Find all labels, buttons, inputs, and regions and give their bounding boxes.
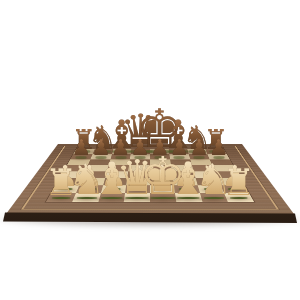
piece-felt-c7 bbox=[115, 156, 126, 158]
piece-shadow-e8 bbox=[139, 149, 180, 156]
piece-felt-h7 bbox=[213, 156, 224, 158]
piece-felt-f2 bbox=[179, 188, 194, 190]
piece-shadow-b2 bbox=[78, 188, 101, 192]
piece-shadow-c2 bbox=[102, 188, 125, 192]
piece-felt-e2 bbox=[155, 188, 170, 190]
piece-shadow-f1 bbox=[171, 196, 206, 202]
piece-shadow-c7 bbox=[112, 157, 129, 160]
piece-felt-a2 bbox=[58, 188, 73, 190]
piece-shadow-h2 bbox=[223, 188, 246, 192]
piece-felt-f8 bbox=[169, 150, 189, 152]
piece-shadow-g8 bbox=[184, 150, 210, 155]
piece-felt-g8 bbox=[189, 150, 206, 152]
piece-shadow-b8 bbox=[90, 150, 116, 155]
piece-light-p-f2: ♟ bbox=[173, 162, 199, 191]
piece-felt-b2 bbox=[82, 188, 97, 190]
piece-dark-b-c8: ♝ bbox=[104, 115, 139, 154]
piece-dark-r-h8: ♜ bbox=[204, 126, 228, 153]
piece-felt-d2 bbox=[131, 188, 146, 190]
piece-light-p-a2: ♟ bbox=[52, 162, 78, 191]
piece-felt-d7 bbox=[135, 156, 146, 158]
piece-shadow-f7 bbox=[171, 157, 188, 160]
piece-light-k-e1: ♚ bbox=[139, 149, 186, 201]
piece-felt-c1 bbox=[101, 197, 124, 199]
piece-shadow-d2 bbox=[127, 188, 150, 192]
piece-felt-c2 bbox=[106, 188, 121, 190]
piece-shadow-d8 bbox=[123, 149, 159, 155]
piece-shadow-f2 bbox=[175, 188, 198, 192]
piece-shadow-a7 bbox=[73, 157, 90, 160]
piece-felt-d1 bbox=[125, 197, 149, 199]
piece-dark-k-e8: ♚ bbox=[136, 102, 184, 155]
piece-felt-b7 bbox=[96, 156, 107, 158]
piece-felt-e1 bbox=[150, 197, 176, 199]
piece-felt-f7 bbox=[174, 156, 185, 158]
piece-shadow-b1 bbox=[70, 196, 103, 202]
piece-shadow-e1 bbox=[142, 195, 183, 202]
piece-light-p-c2: ♟ bbox=[101, 162, 127, 191]
piece-felt-g1 bbox=[203, 197, 224, 199]
piece-shadow-e2 bbox=[151, 188, 174, 192]
piece-dark-b-f8: ♝ bbox=[161, 115, 196, 154]
piece-light-p-b2: ♟ bbox=[77, 162, 103, 191]
piece-light-r-h1: ♜ bbox=[222, 163, 255, 200]
piece-dark-r-a8: ♜ bbox=[72, 126, 96, 153]
piece-dark-p-g7: ♟ bbox=[189, 137, 209, 159]
piece-shadow-d1 bbox=[119, 196, 156, 203]
piece-dark-n-g8: ♞ bbox=[182, 121, 212, 154]
piece-felt-h8 bbox=[209, 150, 223, 152]
piece-shadow-f8 bbox=[163, 150, 193, 155]
piece-felt-e8 bbox=[146, 150, 173, 152]
piece-light-p-d2: ♟ bbox=[125, 162, 151, 191]
piece-felt-h1 bbox=[230, 197, 249, 199]
pieces-layer: ♜♞♝♛♚♝♞♜♟♟♟♟♟♟♟♟♟♟♟♟♟♟♟♟♜♞♝♛♚♝♞♜ bbox=[0, 0, 300, 300]
piece-light-q-d1: ♛ bbox=[116, 153, 159, 201]
piece-light-n-g1: ♞ bbox=[195, 159, 233, 201]
piece-shadow-g1 bbox=[197, 196, 230, 202]
piece-shadow-a1 bbox=[47, 196, 76, 201]
piece-felt-d8 bbox=[129, 150, 152, 152]
piece-dark-p-f7: ♟ bbox=[170, 137, 190, 159]
piece-felt-a1 bbox=[52, 197, 71, 199]
piece-shadow-c8 bbox=[106, 150, 136, 155]
piece-dark-p-a7: ♟ bbox=[72, 137, 92, 159]
piece-felt-b8 bbox=[95, 150, 112, 152]
piece-shadow-d7 bbox=[132, 157, 149, 160]
piece-shadow-h7 bbox=[210, 157, 227, 160]
piece-light-p-e2: ♟ bbox=[149, 162, 175, 191]
chess-set-product-photo[interactable]: ♜♞♝♛♚♝♞♜♟♟♟♟♟♟♟♟♟♟♟♟♟♟♟♟♜♞♝♛♚♝♞♜ bbox=[0, 0, 300, 300]
piece-light-r-a1: ♜ bbox=[45, 163, 78, 200]
piece-felt-h2 bbox=[227, 188, 242, 190]
piece-light-n-b1: ♞ bbox=[68, 159, 106, 201]
piece-felt-g2 bbox=[203, 188, 218, 190]
piece-dark-n-b8: ♞ bbox=[88, 121, 118, 154]
piece-light-b-f1: ♝ bbox=[168, 156, 208, 201]
piece-felt-e7 bbox=[154, 156, 165, 158]
piece-felt-b1 bbox=[76, 197, 97, 199]
piece-shadow-a2 bbox=[54, 188, 77, 192]
piece-light-b-c1: ♝ bbox=[92, 156, 132, 201]
piece-dark-p-d7: ♟ bbox=[130, 137, 150, 159]
piece-shadow-h1 bbox=[224, 196, 253, 201]
piece-light-p-h2: ♟ bbox=[222, 162, 248, 191]
piece-dark-p-e7: ♟ bbox=[150, 137, 170, 159]
piece-dark-p-b7: ♟ bbox=[91, 137, 111, 159]
piece-dark-q-d8: ♛ bbox=[120, 108, 161, 154]
piece-shadow-g7 bbox=[190, 157, 207, 160]
piece-felt-g7 bbox=[194, 156, 205, 158]
piece-shadow-a8 bbox=[73, 150, 94, 154]
piece-dark-p-h7: ♟ bbox=[209, 137, 229, 159]
piece-light-p-g2: ♟ bbox=[198, 162, 224, 191]
piece-shadow-b7 bbox=[92, 157, 109, 160]
piece-shadow-c1 bbox=[94, 196, 129, 202]
piece-felt-a7 bbox=[76, 156, 87, 158]
piece-felt-f1 bbox=[177, 197, 200, 199]
piece-shadow-h8 bbox=[206, 150, 227, 154]
piece-shadow-g2 bbox=[199, 188, 222, 192]
piece-felt-c8 bbox=[112, 150, 132, 152]
piece-shadow-e7 bbox=[151, 157, 168, 160]
piece-dark-p-c7: ♟ bbox=[111, 137, 131, 159]
piece-felt-a8 bbox=[77, 150, 91, 152]
